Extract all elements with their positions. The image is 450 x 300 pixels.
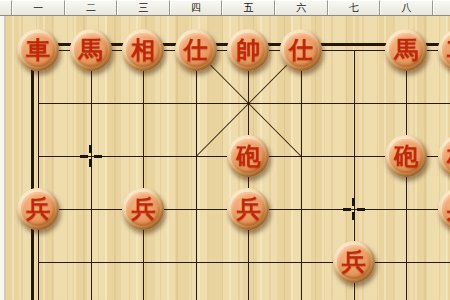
point-marker-arm: [94, 155, 102, 158]
ruler-label-file-8: 八: [380, 0, 433, 15]
piece-character: 兵: [131, 197, 155, 221]
point-marker-arm: [352, 212, 355, 220]
ruler-label-file-7: 七: [328, 0, 381, 15]
piece-character: 仕: [289, 38, 313, 62]
piece-character: 砲: [236, 144, 260, 168]
piece-character: 兵: [236, 197, 260, 221]
piece-elephant-f3r1[interactable]: 相: [122, 29, 164, 71]
piece-character: 相: [131, 38, 155, 62]
point-marker-f7r4: [343, 198, 365, 220]
point-marker-f2r3: [80, 145, 102, 167]
piece-character: 車: [26, 38, 50, 62]
point-marker-arm: [343, 208, 351, 211]
piece-soldier-f3r4[interactable]: 兵: [122, 188, 164, 230]
ruler-label-file-3: 三: [117, 0, 170, 15]
point-marker-arm: [352, 198, 355, 206]
piece-character: 兵: [342, 250, 366, 274]
xiangqi-board[interactable]: 車馬相仕帥仕馬車砲砲相兵兵兵兵兵: [0, 0, 450, 300]
ruler-label-file-1: 一: [12, 0, 65, 15]
piece-chariot-f1r1[interactable]: 車: [17, 29, 59, 71]
grid-rank-line-5: [38, 262, 450, 263]
piece-soldier-f1r4[interactable]: 兵: [17, 188, 59, 230]
piece-horse-f2r1[interactable]: 馬: [70, 29, 112, 71]
ruler-corner: [0, 0, 12, 15]
piece-character: 馬: [394, 38, 418, 62]
piece-horse-f8r1[interactable]: 馬: [385, 29, 427, 71]
point-marker-arm: [357, 208, 365, 211]
piece-advisor-f4r1[interactable]: 仕: [175, 29, 217, 71]
piece-character: 兵: [26, 197, 50, 221]
piece-character: 馬: [79, 38, 103, 62]
piece-soldier-f7r5[interactable]: 兵: [333, 241, 375, 283]
ruler-label-file-4: 四: [170, 0, 223, 15]
ruler-cell-file-9-partial: [433, 0, 450, 15]
piece-character: 砲: [394, 144, 418, 168]
grid-rank-line-2: [38, 103, 450, 104]
file-ruler: 一二三四五六七八: [0, 0, 450, 16]
piece-advisor-f6r1[interactable]: 仕: [280, 29, 322, 71]
ruler-label-file-5: 五: [222, 0, 275, 15]
piece-cannon-f8r3[interactable]: 砲: [385, 135, 427, 177]
piece-character: 帥: [236, 38, 260, 62]
piece-character: 仕: [184, 38, 208, 62]
point-marker-arm: [89, 145, 92, 153]
ruler-label-file-2: 二: [65, 0, 118, 15]
point-marker-arm: [89, 159, 92, 167]
ruler-label-file-6: 六: [275, 0, 328, 15]
point-marker-arm: [80, 155, 88, 158]
xiangqi-app-window: 一二三四五六七八 車馬相仕帥仕馬車砲砲相兵兵兵兵兵: [0, 0, 450, 300]
